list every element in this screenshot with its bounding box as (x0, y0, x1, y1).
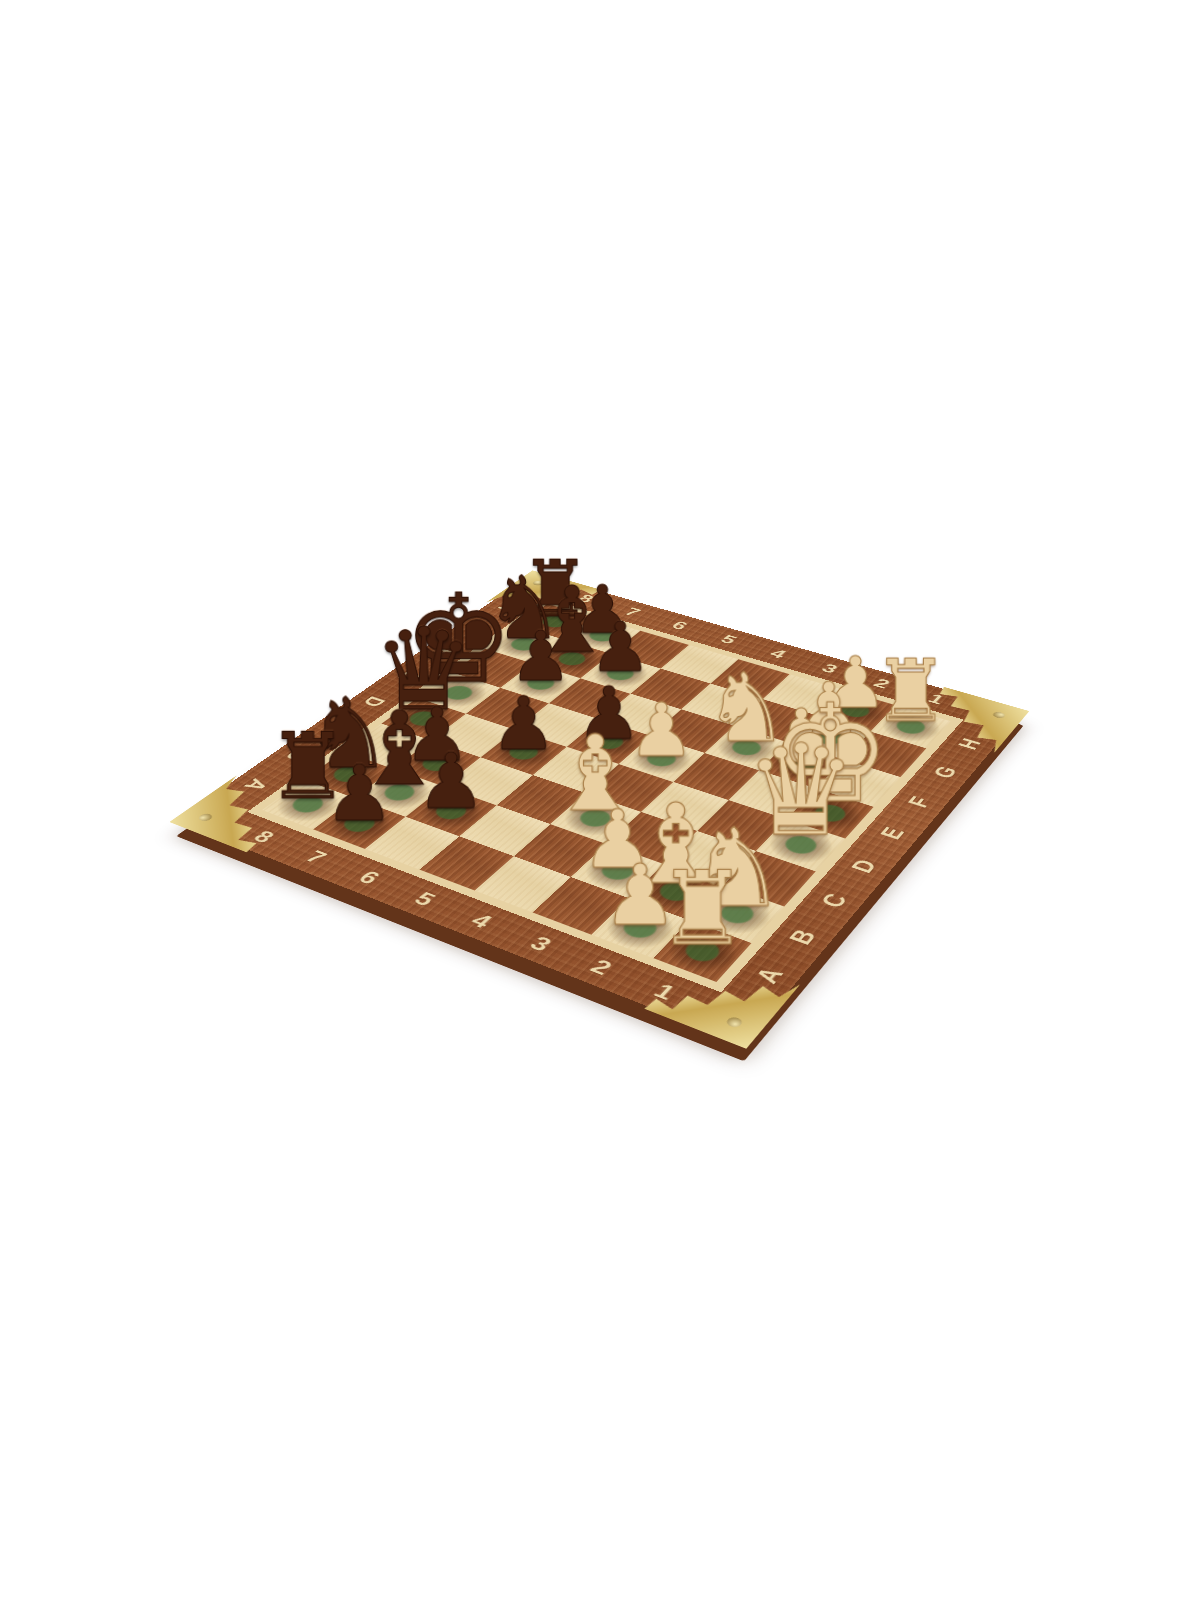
product-photo-page: ♜♞♛♚♞♜♟♝♟♟♝♟♟♟♟♟♝♟♟♞♟♝♟♟♟♜♞♛♚♜ AABBCCDDE… (0, 0, 1200, 1600)
piece-black-pawn-d6[interactable]: ♟ (491, 687, 557, 760)
piece-black-pawn-b6[interactable]: ♟ (417, 742, 486, 819)
chess-board: ♜♞♛♚♞♜♟♝♟♟♝♟♟♟♟♟♝♟♟♞♟♝♟♟♟♜♞♛♚♜ AABBCCDDE… (175, 572, 1024, 1044)
board-frame: ♜♞♛♚♞♜♟♝♟♟♝♟♟♟♟♟♝♟♟♞♟♝♟♟♟♜♞♛♚♜ AABBCCDDE… (175, 572, 1024, 1044)
piece-white-rook-a1[interactable]: ♜ (657, 858, 748, 960)
board-scene: ♜♞♛♚♞♜♟♝♟♟♝♟♟♟♟♟♝♟♟♞♟♝♟♟♟♜♞♛♚♜ AABBCCDDE… (0, 0, 1200, 1600)
playing-area: ♜♞♛♚♞♜♟♝♟♟♝♟♟♟♟♟♝♟♟♞♟♝♟♟♟♜♞♛♚♜ (247, 598, 963, 992)
piece-black-pawn-a7[interactable]: ♟ (325, 754, 395, 832)
